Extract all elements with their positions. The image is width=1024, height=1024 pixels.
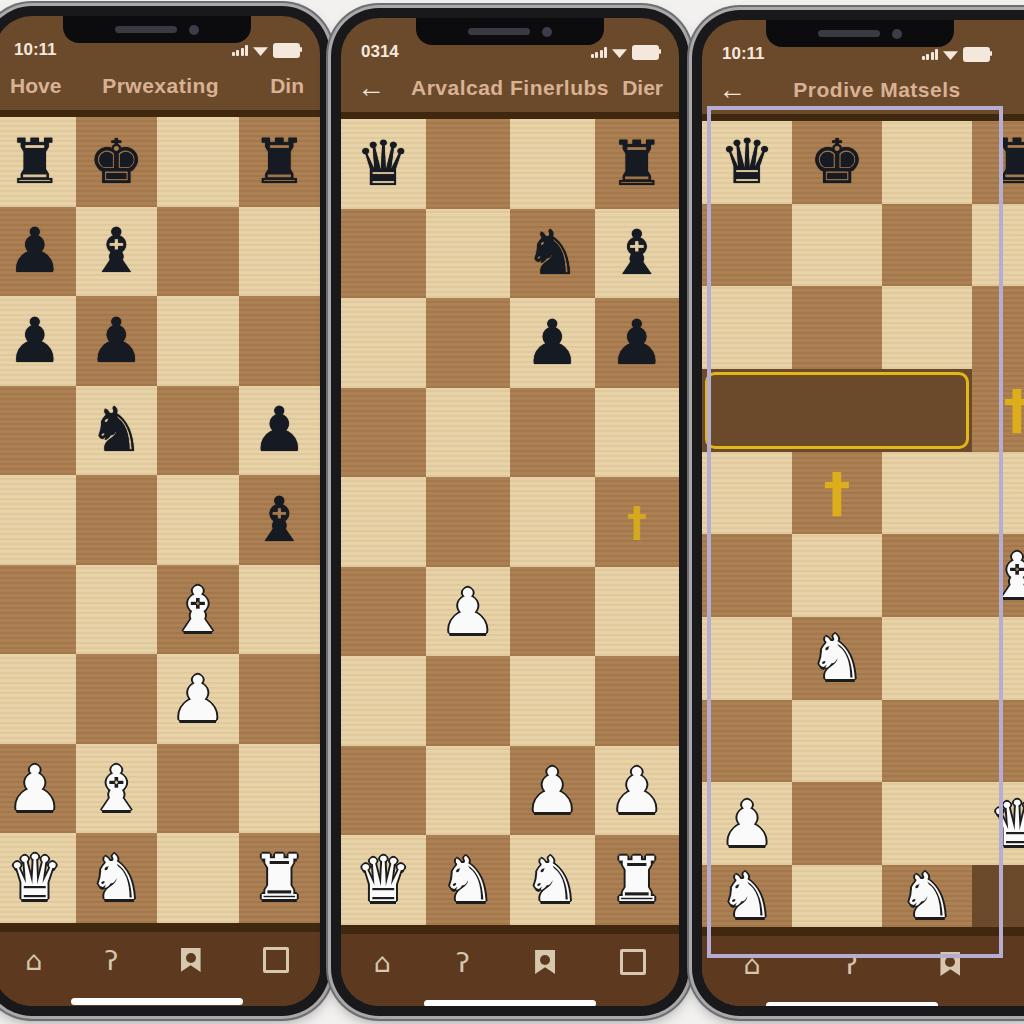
board-square[interactable] — [882, 534, 972, 617]
board-square[interactable]: ♞ — [510, 835, 595, 925]
board-square[interactable] — [157, 296, 239, 386]
board-square[interactable] — [0, 565, 76, 655]
white-knight: ♞ — [899, 865, 955, 927]
notch — [63, 16, 251, 43]
board-square[interactable]: ♟ — [239, 386, 321, 476]
board-square[interactable] — [510, 567, 595, 657]
white-bishop: ♝ — [170, 579, 226, 641]
history-icon[interactable]: ʔ — [456, 949, 470, 976]
board-square[interactable]: † — [972, 369, 1024, 452]
footer — [341, 990, 679, 1006]
black-knight: ♞ — [524, 222, 580, 284]
history-icon[interactable]: ʔ — [844, 951, 858, 978]
white-queen: ♛ — [7, 847, 63, 909]
board-square[interactable] — [595, 656, 680, 746]
header-left-action[interactable]: Hove — [10, 74, 61, 98]
board-square[interactable]: ♟ — [76, 296, 158, 386]
footer — [702, 992, 1024, 1006]
white-bishop: ♝ — [989, 545, 1024, 607]
board-square[interactable]: ♜ — [972, 121, 1024, 204]
back-arrow-icon[interactable]: ← — [718, 76, 762, 104]
black-queen: ♛ — [355, 133, 411, 195]
board-square[interactable] — [882, 700, 972, 783]
board-square[interactable] — [882, 782, 972, 865]
board-square[interactable] — [882, 452, 972, 535]
board-square[interactable]: ♚ — [76, 117, 158, 207]
board-square[interactable] — [882, 286, 972, 369]
home-indicator[interactable] — [766, 1002, 938, 1006]
board-square[interactable]: ♝ — [595, 209, 680, 299]
board-square[interactable]: ♞ — [882, 865, 972, 927]
board-square[interactable]: ♛ — [972, 782, 1024, 865]
board-square[interactable] — [341, 656, 426, 746]
history-icon[interactable]: ʔ — [105, 947, 119, 974]
black-bishop: ♝ — [251, 489, 307, 551]
board-square[interactable] — [972, 204, 1024, 287]
board-square[interactable] — [510, 477, 595, 567]
white-rook: ♜ — [251, 847, 307, 909]
chess-board-middle[interactable]: ♛♜♞♝♟♟†♟♟♟♛♞♞♜ — [341, 112, 679, 934]
board-square[interactable] — [341, 388, 426, 478]
speaker-slot — [818, 30, 880, 37]
board-square[interactable]: ♜ — [595, 119, 680, 209]
white-knight: ♞ — [88, 847, 144, 909]
status-icons — [922, 47, 991, 64]
board-square[interactable] — [157, 475, 239, 565]
board-square[interactable] — [426, 209, 511, 299]
board-square[interactable]: ♟ — [510, 746, 595, 836]
battery-icon — [632, 45, 659, 60]
board-square[interactable]: ♜ — [595, 835, 680, 925]
board-square[interactable]: ♛ — [341, 835, 426, 925]
board-square[interactable] — [426, 119, 511, 209]
board-square[interactable] — [702, 617, 792, 700]
board-square[interactable]: ♝ — [76, 744, 158, 834]
board-square[interactable]: ♞ — [426, 835, 511, 925]
white-rook: ♜ — [609, 849, 665, 911]
board-square[interactable] — [792, 534, 882, 617]
white-bishop: ♝ — [88, 758, 144, 820]
board-square[interactable] — [702, 286, 792, 369]
board-square[interactable] — [0, 654, 76, 744]
board-square[interactable] — [426, 388, 511, 478]
board-square[interactable] — [792, 782, 882, 865]
board-square[interactable]: ♝ — [972, 534, 1024, 617]
board-square[interactable] — [76, 565, 158, 655]
battery-icon — [273, 43, 300, 58]
board-square[interactable] — [76, 475, 158, 565]
board-square[interactable] — [341, 746, 426, 836]
board-square[interactable]: ♚ — [792, 121, 882, 204]
board-square[interactable] — [972, 452, 1024, 535]
home-icon[interactable]: ⌂ — [744, 951, 761, 978]
board-square[interactable] — [595, 567, 680, 657]
black-king: ♚ — [809, 131, 865, 193]
board-square[interactable] — [341, 477, 426, 567]
phone-right: 10:11 ← Prodive Matsels ♛♚♜††♝♞♟♛♞♞ ⌂ ʔ — [692, 10, 1024, 1016]
board-square[interactable] — [157, 833, 239, 923]
board-square[interactable]: ♟ — [595, 746, 680, 836]
board-square[interactable]: ♝ — [239, 475, 321, 565]
signal-icon — [232, 45, 249, 56]
black-king: ♚ — [88, 131, 144, 193]
board-square[interactable] — [792, 204, 882, 287]
board-square[interactable] — [792, 865, 882, 927]
header-right-action[interactable]: Din — [260, 74, 304, 98]
board-square[interactable] — [510, 119, 595, 209]
back-arrow-icon[interactable]: ← — [357, 74, 401, 102]
home-indicator[interactable] — [424, 1000, 596, 1006]
footer — [0, 988, 320, 1006]
white-knight: ♞ — [809, 627, 865, 689]
board-square[interactable] — [341, 298, 426, 388]
board-square[interactable] — [702, 534, 792, 617]
board-square[interactable]: ♞ — [702, 865, 792, 927]
board-square[interactable] — [595, 388, 680, 478]
battery-icon — [963, 47, 990, 62]
board-square[interactable] — [792, 286, 882, 369]
notch — [416, 18, 604, 45]
board-square[interactable]: ♜ — [0, 117, 76, 207]
board-square[interactable] — [76, 654, 158, 744]
bottom-nav: ⌂ ʔ — [341, 934, 679, 990]
black-pawn: ♟ — [7, 220, 63, 282]
black-rook: ♜ — [609, 133, 665, 195]
phone-left: 10:11 Hove Prwexating Din ♜♚♜♟♝♟♟♞♟♝♝♟♟♝… — [0, 6, 330, 1016]
speaker-slot — [115, 26, 177, 33]
status-time: 10:11 — [14, 40, 57, 60]
camera-dot — [189, 25, 199, 35]
board-square[interactable]: ♛ — [702, 121, 792, 204]
white-pawn: ♟ — [719, 793, 775, 855]
white-pawn: ♟ — [7, 758, 63, 820]
board-square[interactable]: ♟ — [426, 567, 511, 657]
yellow-ghost-marker: † — [627, 502, 647, 542]
screenshot-canvas: 10:11 Hove Prwexating Din ♜♚♜♟♝♟♟♞♟♝♝♟♟♝… — [0, 0, 1024, 1024]
board-square[interactable] — [239, 207, 321, 297]
board-square[interactable] — [882, 121, 972, 204]
status-icons — [232, 43, 301, 60]
board-square[interactable] — [341, 209, 426, 299]
bottom-nav: ⌂ ʔ — [0, 932, 320, 988]
wifi-icon — [943, 49, 958, 60]
badge-icon[interactable] — [535, 950, 555, 974]
wifi-icon — [253, 45, 268, 56]
board-square[interactable] — [426, 477, 511, 567]
board-square[interactable]: ♟ — [595, 298, 680, 388]
board-square[interactable] — [426, 298, 511, 388]
black-queen: ♛ — [719, 131, 775, 193]
board-square[interactable] — [0, 386, 76, 476]
camera-dot — [542, 27, 552, 37]
board-square[interactable]: † — [595, 477, 680, 567]
board-square[interactable] — [239, 654, 321, 744]
home-indicator[interactable] — [71, 998, 243, 1005]
board-square[interactable] — [792, 700, 882, 783]
status-icons — [591, 45, 660, 62]
black-bishop: ♝ — [88, 220, 144, 282]
white-knight: ♞ — [524, 849, 580, 911]
status-time: 0314 — [361, 42, 399, 62]
header-right-action[interactable]: Dier — [619, 76, 663, 100]
board-square[interactable]: ♜ — [239, 117, 321, 207]
square-icon[interactable] — [620, 949, 646, 975]
white-queen: ♛ — [989, 793, 1024, 855]
white-knight: ♞ — [440, 849, 496, 911]
signal-icon — [591, 47, 608, 58]
board-square[interactable]: ♝ — [157, 565, 239, 655]
board-square[interactable]: ♟ — [0, 207, 76, 297]
signal-icon — [922, 49, 939, 60]
board-square[interactable] — [702, 204, 792, 287]
board-square[interactable] — [157, 207, 239, 297]
badge-icon[interactable] — [181, 948, 201, 972]
board-square[interactable]: ♞ — [792, 617, 882, 700]
board-square[interactable]: ♟ — [157, 654, 239, 744]
page-title: Prodive Matsels — [762, 78, 992, 102]
white-pawn: ♟ — [170, 668, 226, 730]
board-square[interactable]: ♛ — [341, 119, 426, 209]
board-square[interactable] — [239, 565, 321, 655]
board-square[interactable] — [426, 746, 511, 836]
board-square[interactable] — [157, 117, 239, 207]
badge-icon[interactable] — [940, 952, 960, 976]
board-square[interactable] — [510, 388, 595, 478]
board-square[interactable] — [157, 386, 239, 476]
board-square[interactable]: ♞ — [510, 209, 595, 299]
yellow-ghost-marker: † — [824, 466, 851, 520]
phone-right-screen: 10:11 ← Prodive Matsels ♛♚♜††♝♞♟♛♞♞ ⌂ ʔ — [702, 20, 1024, 1006]
black-knight: ♞ — [88, 399, 144, 461]
camera-dot — [892, 29, 902, 39]
home-icon[interactable]: ⌂ — [25, 947, 42, 974]
white-pawn: ♟ — [524, 760, 580, 822]
home-icon[interactable]: ⌂ — [374, 949, 391, 976]
board-square[interactable]: ♟ — [510, 298, 595, 388]
board-square[interactable] — [426, 656, 511, 746]
board-square[interactable]: ♞ — [76, 386, 158, 476]
board-square[interactable] — [972, 700, 1024, 783]
wifi-icon — [612, 47, 627, 58]
black-pawn: ♟ — [609, 312, 665, 374]
board-square[interactable]: ♟ — [702, 782, 792, 865]
board-square[interactable]: ♟ — [0, 744, 76, 834]
page-title: Arvalcad Finerlubs — [401, 76, 619, 100]
speaker-slot — [468, 28, 530, 35]
board-square[interactable] — [157, 744, 239, 834]
page-title: Prwexating — [61, 74, 260, 98]
board-square[interactable] — [702, 452, 792, 535]
black-pawn: ♟ — [251, 399, 307, 461]
white-queen: ♛ — [355, 849, 411, 911]
white-knight: ♞ — [719, 865, 775, 927]
board-square[interactable] — [239, 296, 321, 386]
phone-left-screen: 10:11 Hove Prwexating Din ♜♚♜♟♝♟♟♞♟♝♝♟♟♝… — [0, 16, 320, 1006]
black-pawn: ♟ — [7, 310, 63, 372]
app-header: ← Prodive Matsels — [702, 66, 1024, 114]
app-header: ← Arvalcad Finerlubs Dier — [341, 64, 679, 112]
board-square[interactable]: ♜ — [239, 833, 321, 923]
black-rook: ♜ — [989, 131, 1024, 193]
black-bishop: ♝ — [609, 222, 665, 284]
board-square[interactable]: † — [792, 452, 882, 535]
board-square[interactable]: ♞ — [76, 833, 158, 923]
black-rook: ♜ — [7, 131, 63, 193]
black-pawn: ♟ — [524, 312, 580, 374]
black-pawn: ♟ — [88, 310, 144, 372]
board-square[interactable] — [972, 286, 1024, 369]
phone-middle-screen: 0314 ← Arvalcad Finerlubs Dier ♛♜♞♝♟♟†♟♟… — [341, 18, 679, 1006]
highlight-outline — [705, 372, 969, 449]
board-square[interactable] — [882, 617, 972, 700]
board-square[interactable]: ♟ — [0, 296, 76, 386]
yellow-ghost-marker: † — [1004, 383, 1024, 437]
board-square[interactable] — [239, 744, 321, 834]
board-square[interactable] — [510, 656, 595, 746]
square-icon[interactable] — [263, 947, 289, 973]
notch — [766, 20, 954, 47]
board-square[interactable] — [702, 700, 792, 783]
phone-middle: 0314 ← Arvalcad Finerlubs Dier ♛♜♞♝♟♟†♟♟… — [331, 8, 689, 1016]
board-square[interactable]: ♛ — [0, 833, 76, 923]
board-square[interactable] — [972, 617, 1024, 700]
status-time: 10:11 — [722, 44, 765, 64]
black-rook: ♜ — [251, 131, 307, 193]
board-square[interactable]: ♝ — [76, 207, 158, 297]
app-header: Hove Prwexating Din — [0, 62, 320, 110]
board-square[interactable] — [882, 204, 972, 287]
white-pawn: ♟ — [609, 760, 665, 822]
bottom-nav: ⌂ ʔ — [702, 936, 1024, 992]
board-square[interactable] — [341, 567, 426, 657]
chess-board-left[interactable]: ♜♚♜♟♝♟♟♞♟♝♝♟♟♝♛♞♜ — [0, 110, 320, 932]
chess-board-right[interactable]: ♛♚♜††♝♞♟♛♞♞ — [702, 114, 1024, 936]
board-square[interactable] — [0, 475, 76, 565]
white-pawn: ♟ — [440, 581, 496, 643]
